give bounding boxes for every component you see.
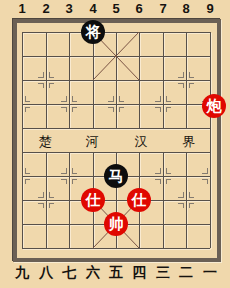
bottom-file-label-3: 三 [156,265,170,280]
river-char-1: 楚 [39,135,52,148]
top-file-label-4: 4 [89,1,96,16]
river-char-2: 河 [86,135,99,148]
piece-red-cannon[interactable]: 炮 [202,94,226,118]
bottom-file-label-5: 五 [109,265,123,280]
top-file-label-6: 6 [135,1,142,16]
bottom-file-label-4: 四 [132,265,146,280]
piece-black-general[interactable]: 将 [81,20,105,44]
top-file-label-1: 1 [18,1,25,16]
bottom-file-label-2: 二 [179,265,193,280]
river-char-3: 汉 [135,135,148,148]
top-file-label-5: 5 [112,1,119,16]
bottom-file-label-8: 八 [39,265,53,280]
river-char-4: 界 [183,135,196,148]
top-file-label-2: 2 [42,1,49,16]
top-file-label-8: 8 [182,1,189,16]
bottom-file-label-6: 六 [86,265,100,280]
bottom-file-label-1: 一 [203,265,217,280]
xiangqi-app: 123456789 楚河汉界 将炮马仕仕帅 九八七六五四三二一 [0,0,230,288]
bottom-file-label-9: 九 [15,265,29,280]
piece-red-general[interactable]: 帅 [104,212,128,236]
piece-red-advisor-right[interactable]: 仕 [127,188,151,212]
top-file-label-3: 3 [65,1,72,16]
top-file-label-7: 7 [159,1,166,16]
piece-black-horse[interactable]: 马 [104,164,128,188]
bottom-file-label-7: 七 [62,265,76,280]
top-file-label-9: 9 [206,1,213,16]
piece-red-advisor-left[interactable]: 仕 [81,188,105,212]
